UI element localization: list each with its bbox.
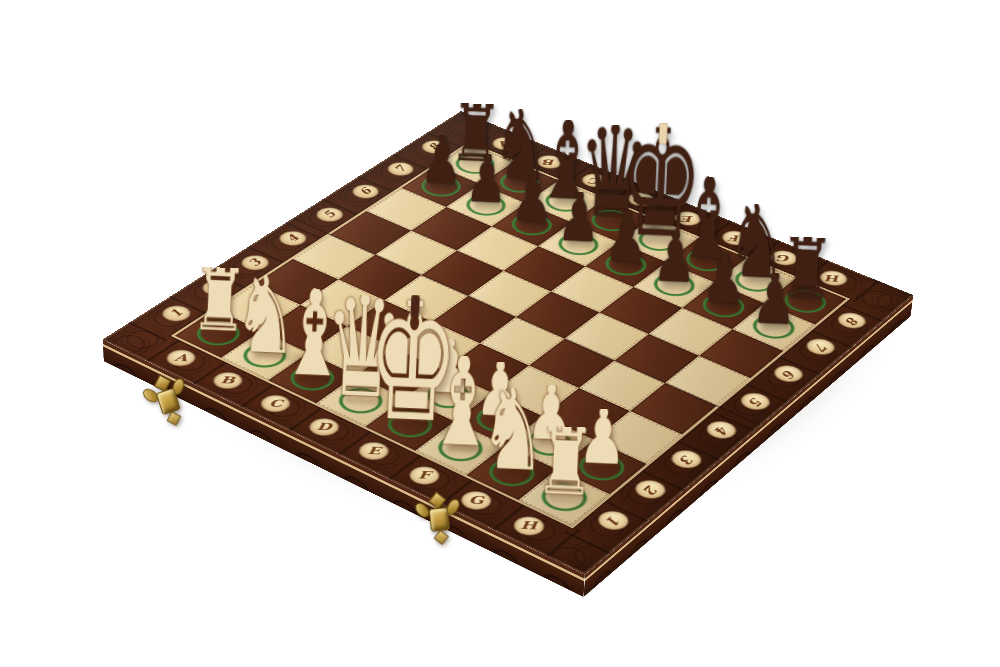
rank-label-5-far: 5 — [311, 205, 349, 225]
rank-label-2-near: 2 — [629, 476, 671, 502]
folding-chess-board: ♜♞♝♛♚♝♞♜♟♟♟♟♟♟♟♟♟♟♟♟♜♞♝♛♚♝♞♜ AABBCCDDEEF… — [103, 111, 914, 574]
file-label-d-near-text: D — [316, 422, 332, 433]
rank-label-4-near: 4 — [701, 418, 742, 442]
file-label-c-far-text: C — [589, 176, 601, 184]
rank-label-3-near: 3 — [666, 447, 707, 472]
file-label-e-far-text: E — [682, 214, 694, 223]
rank-label-1-near-text: 1 — [603, 514, 624, 527]
rank-label-7-near: 7 — [801, 335, 840, 358]
white-rook-h1: ♜ — [499, 424, 633, 500]
file-label-f-near-text: F — [418, 470, 431, 481]
file-label-g-near: G — [455, 487, 498, 513]
board-top-surface: ♜♞♝♛♚♝♞♜♟♟♟♟♟♟♟♟♟♟♟♟♜♞♝♛♚♝♞♜ AABBCCDDEEF… — [103, 111, 914, 574]
square-h7: ♟ — [732, 303, 815, 351]
rank-label-6-far-text: 6 — [356, 187, 374, 196]
rank-label-7-near-text: 7 — [811, 341, 831, 352]
black-pawn-h7: ♟ — [714, 270, 836, 330]
file-label-e-near: E — [353, 438, 395, 463]
brass-clasp-icon — [413, 490, 465, 552]
playfield-8x8: ♜♞♝♛♚♝♞♜♟♟♟♟♟♟♟♟♟♟♟♟♜♞♝♛♚♝♞♜ — [175, 144, 846, 526]
file-label-d-far-text: D — [634, 195, 647, 203]
file-label-g-far-text: G — [777, 253, 791, 262]
rank-label-5-far-text: 5 — [320, 210, 339, 220]
file-label-b-far-text: B — [543, 158, 556, 166]
rank-label-5-near: 5 — [735, 390, 775, 414]
file-label-c-near: C — [255, 392, 296, 416]
rank-label-4-far-text: 4 — [283, 233, 302, 243]
rank-label-6-near: 6 — [769, 362, 808, 385]
rank-label-2-near-text: 2 — [640, 483, 661, 495]
file-label-h-near: H — [507, 513, 550, 540]
file-label-a-near-text: A — [174, 353, 189, 363]
file-label-h-near-text: H — [520, 520, 537, 532]
file-label-f-far-text: F — [730, 234, 741, 243]
rank-label-8-near-text: 8 — [842, 315, 861, 325]
file-label-f-near: F — [403, 463, 445, 489]
file-label-g-near-text: G — [468, 495, 484, 506]
file-label-a-far-text: A — [499, 140, 511, 148]
rank-label-6-far: 6 — [347, 182, 384, 202]
file-label-a-near: A — [161, 346, 202, 369]
file-label-e-near-text: E — [367, 446, 381, 457]
file-label-c-near-text: C — [268, 398, 283, 408]
file-label-h-far-text: H — [826, 274, 842, 283]
rank-label-1-near: 1 — [592, 507, 635, 534]
file-label-b-near-text: B — [220, 375, 236, 385]
rank-label-5-near-text: 5 — [745, 396, 765, 407]
rank-label-3-near-text: 3 — [676, 453, 697, 465]
rank-label-8-near: 8 — [833, 310, 871, 332]
rank-label-4-near-text: 4 — [711, 424, 731, 436]
rank-label-4-far: 4 — [274, 228, 312, 249]
file-label-b-near: B — [207, 369, 248, 393]
rank-label-6-near-text: 6 — [778, 368, 798, 379]
file-label-d-near: D — [303, 415, 345, 440]
